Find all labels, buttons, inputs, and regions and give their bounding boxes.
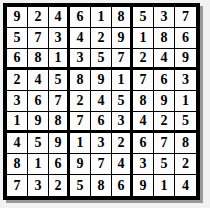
cell-r9c6[interactable]: 6 xyxy=(112,175,133,196)
cell-r6c5[interactable]: 6 xyxy=(91,112,112,133)
cell-r7c9[interactable]: 8 xyxy=(175,133,196,154)
cell-r6c7[interactable]: 4 xyxy=(133,112,154,133)
cell-r8c7[interactable]: 3 xyxy=(133,154,154,175)
cell-r7c3[interactable]: 9 xyxy=(49,133,70,154)
cell-r6c3[interactable]: 8 xyxy=(49,112,70,133)
cell-r8c3[interactable]: 6 xyxy=(49,154,70,175)
cell-r2c9[interactable]: 6 xyxy=(175,28,196,49)
sudoku-board-frame: 9246185375734291866813572492458917633672… xyxy=(3,3,200,200)
cell-r8c8[interactable]: 5 xyxy=(154,154,175,175)
cell-r6c4[interactable]: 7 xyxy=(70,112,91,133)
cell-r3c2[interactable]: 8 xyxy=(28,49,49,70)
cell-r3c3[interactable]: 1 xyxy=(49,49,70,70)
cell-r9c2[interactable]: 3 xyxy=(28,175,49,196)
cell-r8c4[interactable]: 9 xyxy=(70,154,91,175)
cell-r5c3[interactable]: 7 xyxy=(49,91,70,112)
cell-r4c2[interactable]: 4 xyxy=(28,70,49,91)
cell-r5c2[interactable]: 6 xyxy=(28,91,49,112)
cell-r4c5[interactable]: 9 xyxy=(91,70,112,91)
cell-r3c8[interactable]: 4 xyxy=(154,49,175,70)
cell-r9c4[interactable]: 5 xyxy=(70,175,91,196)
cell-r7c8[interactable]: 7 xyxy=(154,133,175,154)
cell-r7c4[interactable]: 1 xyxy=(70,133,91,154)
cell-r9c7[interactable]: 9 xyxy=(133,175,154,196)
cell-r5c6[interactable]: 5 xyxy=(112,91,133,112)
cell-r1c7[interactable]: 5 xyxy=(133,7,154,28)
cell-r6c8[interactable]: 2 xyxy=(154,112,175,133)
cell-r1c3[interactable]: 4 xyxy=(49,7,70,28)
cell-r4c6[interactable]: 1 xyxy=(112,70,133,91)
cell-r2c6[interactable]: 9 xyxy=(112,28,133,49)
cell-r4c7[interactable]: 7 xyxy=(133,70,154,91)
cell-r8c1[interactable]: 8 xyxy=(7,154,28,175)
cell-r1c8[interactable]: 3 xyxy=(154,7,175,28)
cell-r1c1[interactable]: 9 xyxy=(7,7,28,28)
page-background: { "game": "sudoku", "state": "solved", "… xyxy=(0,0,210,208)
cell-r6c2[interactable]: 9 xyxy=(28,112,49,133)
cell-r7c1[interactable]: 4 xyxy=(7,133,28,154)
cell-r3c4[interactable]: 3 xyxy=(70,49,91,70)
cell-r8c2[interactable]: 1 xyxy=(28,154,49,175)
cell-r6c1[interactable]: 1 xyxy=(7,112,28,133)
cell-r3c5[interactable]: 5 xyxy=(91,49,112,70)
cell-r5c5[interactable]: 4 xyxy=(91,91,112,112)
cell-r9c8[interactable]: 1 xyxy=(154,175,175,196)
sudoku-board: 9246185375734291866813572492458917633672… xyxy=(7,7,196,196)
cell-r3c9[interactable]: 9 xyxy=(175,49,196,70)
cell-r4c3[interactable]: 5 xyxy=(49,70,70,91)
cell-r5c1[interactable]: 3 xyxy=(7,91,28,112)
cell-r2c2[interactable]: 7 xyxy=(28,28,49,49)
cell-r1c9[interactable]: 7 xyxy=(175,7,196,28)
cell-r5c4[interactable]: 2 xyxy=(70,91,91,112)
cell-r9c1[interactable]: 7 xyxy=(7,175,28,196)
cell-r1c6[interactable]: 8 xyxy=(112,7,133,28)
cell-r3c6[interactable]: 7 xyxy=(112,49,133,70)
cell-r5c8[interactable]: 9 xyxy=(154,91,175,112)
cell-r2c1[interactable]: 5 xyxy=(7,28,28,49)
cell-r2c4[interactable]: 4 xyxy=(70,28,91,49)
cell-r1c4[interactable]: 6 xyxy=(70,7,91,28)
cell-r7c6[interactable]: 2 xyxy=(112,133,133,154)
cell-r5c9[interactable]: 1 xyxy=(175,91,196,112)
cell-r1c5[interactable]: 1 xyxy=(91,7,112,28)
cell-r6c9[interactable]: 5 xyxy=(175,112,196,133)
cell-r1c2[interactable]: 2 xyxy=(28,7,49,28)
cell-r4c9[interactable]: 3 xyxy=(175,70,196,91)
cell-r5c7[interactable]: 8 xyxy=(133,91,154,112)
cell-r2c5[interactable]: 2 xyxy=(91,28,112,49)
cell-r9c9[interactable]: 4 xyxy=(175,175,196,196)
cell-r7c5[interactable]: 3 xyxy=(91,133,112,154)
cell-r7c2[interactable]: 5 xyxy=(28,133,49,154)
cell-r2c3[interactable]: 3 xyxy=(49,28,70,49)
cell-r8c6[interactable]: 4 xyxy=(112,154,133,175)
cell-r2c7[interactable]: 1 xyxy=(133,28,154,49)
cell-r8c9[interactable]: 2 xyxy=(175,154,196,175)
cell-r2c8[interactable]: 8 xyxy=(154,28,175,49)
cell-r3c1[interactable]: 6 xyxy=(7,49,28,70)
cell-r8c5[interactable]: 7 xyxy=(91,154,112,175)
cell-r3c7[interactable]: 2 xyxy=(133,49,154,70)
cell-r9c5[interactable]: 8 xyxy=(91,175,112,196)
cell-r4c1[interactable]: 2 xyxy=(7,70,28,91)
cell-r7c7[interactable]: 6 xyxy=(133,133,154,154)
cell-r4c4[interactable]: 8 xyxy=(70,70,91,91)
cell-r9c3[interactable]: 2 xyxy=(49,175,70,196)
cell-r4c8[interactable]: 6 xyxy=(154,70,175,91)
cell-r6c6[interactable]: 3 xyxy=(112,112,133,133)
